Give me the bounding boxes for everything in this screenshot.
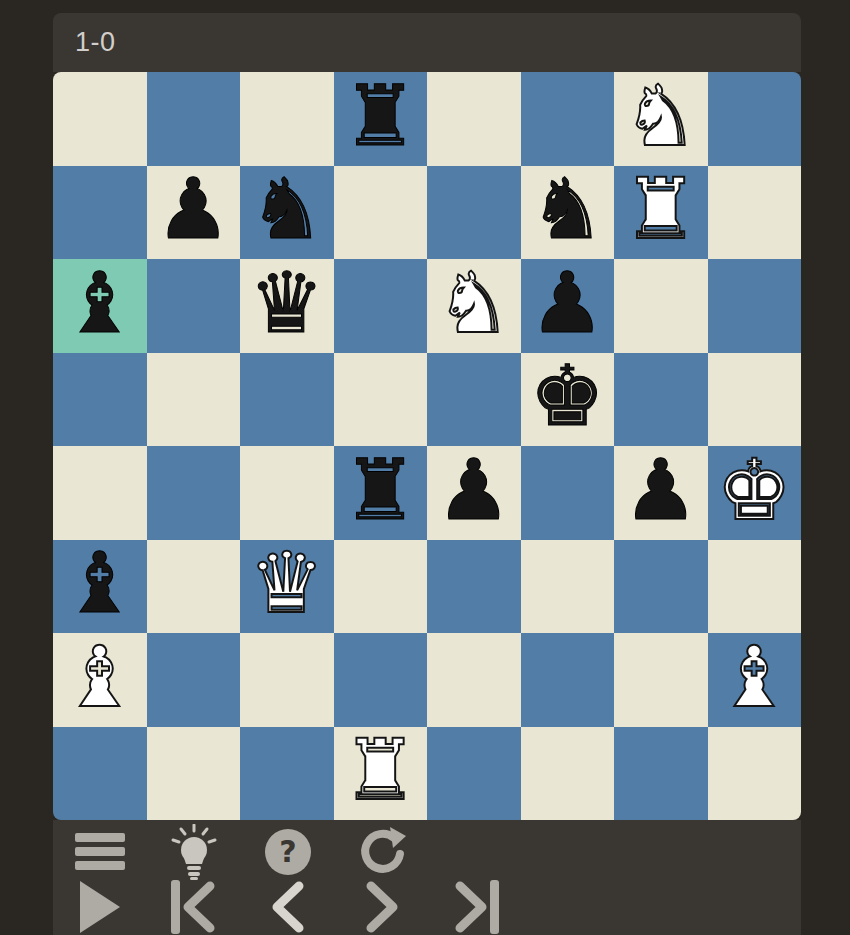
refresh-icon: [356, 826, 408, 878]
square-d5[interactable]: [334, 353, 428, 447]
black-king-f5[interactable]: ♚: [530, 354, 605, 438]
white-bishop-h2[interactable]: ♝: [717, 635, 792, 719]
black-knight-c7[interactable]: ♞: [249, 167, 324, 251]
square-b3[interactable]: [147, 540, 241, 634]
square-g6[interactable]: [614, 259, 708, 353]
help-button[interactable]: ?: [241, 824, 335, 879]
square-d4[interactable]: ♜: [334, 446, 428, 540]
toolbar-row-top: ?: [53, 824, 801, 879]
square-f6[interactable]: ♟: [521, 259, 615, 353]
play-icon: [79, 881, 121, 933]
black-rook-d8[interactable]: ♜: [343, 74, 418, 158]
last-move-button[interactable]: [429, 879, 523, 934]
square-b8[interactable]: [147, 72, 241, 166]
white-queen-c3[interactable]: ♛: [249, 541, 324, 625]
skip-to-end-icon: [453, 880, 499, 934]
black-rook-d4[interactable]: ♜: [343, 448, 418, 532]
square-e3[interactable]: [427, 540, 521, 634]
square-c2[interactable]: [240, 633, 334, 727]
square-b5[interactable]: [147, 353, 241, 447]
square-c4[interactable]: [240, 446, 334, 540]
square-f3[interactable]: [521, 540, 615, 634]
square-h4[interactable]: ♚: [708, 446, 802, 540]
black-pawn-g4[interactable]: ♟: [623, 448, 698, 532]
toolbar: ?: [53, 820, 801, 935]
square-f2[interactable]: [521, 633, 615, 727]
black-queen-c6[interactable]: ♛: [249, 261, 324, 345]
square-a6[interactable]: ♝: [53, 259, 147, 353]
square-d2[interactable]: [334, 633, 428, 727]
square-h7[interactable]: [708, 166, 802, 260]
square-c8[interactable]: [240, 72, 334, 166]
square-f5[interactable]: ♚: [521, 353, 615, 447]
skip-to-start-icon: [171, 880, 217, 934]
square-a7[interactable]: [53, 166, 147, 260]
black-bishop-a6[interactable]: ♝: [62, 261, 137, 345]
square-g8[interactable]: ♞: [614, 72, 708, 166]
game-result: 1-0: [75, 27, 116, 58]
black-pawn-b7[interactable]: ♟: [156, 167, 231, 251]
square-c7[interactable]: ♞: [240, 166, 334, 260]
square-b7[interactable]: ♟: [147, 166, 241, 260]
square-c5[interactable]: [240, 353, 334, 447]
square-h2[interactable]: ♝: [708, 633, 802, 727]
chevron-left-icon: [268, 880, 308, 934]
square-c1[interactable]: [240, 727, 334, 821]
square-h1[interactable]: [708, 727, 802, 821]
chess-app-panel: 1-0 ♜♞♟♞♞♜♝♛♞♟♚♜♟♟♚♝♛♝♝♜: [53, 13, 801, 935]
white-rook-d1[interactable]: ♜: [343, 728, 418, 812]
square-e5[interactable]: [427, 353, 521, 447]
square-h5[interactable]: [708, 353, 802, 447]
lightbulb-icon: [170, 824, 218, 880]
square-g2[interactable]: [614, 633, 708, 727]
square-g1[interactable]: [614, 727, 708, 821]
square-a8[interactable]: [53, 72, 147, 166]
square-b4[interactable]: [147, 446, 241, 540]
previous-move-button[interactable]: [241, 879, 335, 934]
square-e2[interactable]: [427, 633, 521, 727]
square-e6[interactable]: ♞: [427, 259, 521, 353]
square-h6[interactable]: [708, 259, 802, 353]
square-h3[interactable]: [708, 540, 802, 634]
square-f7[interactable]: ♞: [521, 166, 615, 260]
retry-button[interactable]: [335, 824, 429, 879]
white-knight-e6[interactable]: ♞: [436, 261, 511, 345]
square-a1[interactable]: [53, 727, 147, 821]
square-h8[interactable]: [708, 72, 802, 166]
square-d1[interactable]: ♜: [334, 727, 428, 821]
square-e4[interactable]: ♟: [427, 446, 521, 540]
square-g3[interactable]: [614, 540, 708, 634]
svg-text:?: ?: [279, 834, 296, 869]
black-pawn-f6[interactable]: ♟: [530, 261, 605, 345]
white-knight-g8[interactable]: ♞: [623, 74, 698, 158]
square-g5[interactable]: [614, 353, 708, 447]
square-d3[interactable]: [334, 540, 428, 634]
square-g7[interactable]: ♜: [614, 166, 708, 260]
white-king-h4[interactable]: ♚: [717, 448, 792, 532]
square-b1[interactable]: [147, 727, 241, 821]
hint-button[interactable]: [147, 824, 241, 879]
square-a4[interactable]: [53, 446, 147, 540]
square-c3[interactable]: ♛: [240, 540, 334, 634]
square-e8[interactable]: [427, 72, 521, 166]
square-b6[interactable]: [147, 259, 241, 353]
square-f8[interactable]: [521, 72, 615, 166]
square-f4[interactable]: [521, 446, 615, 540]
square-f1[interactable]: [521, 727, 615, 821]
square-d7[interactable]: [334, 166, 428, 260]
square-a2[interactable]: ♝: [53, 633, 147, 727]
menu-button[interactable]: [53, 824, 147, 879]
play-button[interactable]: [53, 879, 147, 934]
square-g4[interactable]: ♟: [614, 446, 708, 540]
first-move-button[interactable]: [147, 879, 241, 934]
toolbar-row-bottom: [53, 879, 801, 934]
square-b2[interactable]: [147, 633, 241, 727]
next-move-button[interactable]: [335, 879, 429, 934]
chess-board[interactable]: ♜♞♟♞♞♜♝♛♞♟♚♜♟♟♚♝♛♝♝♜: [53, 72, 801, 820]
square-e7[interactable]: [427, 166, 521, 260]
white-rook-g7[interactable]: ♜: [623, 167, 698, 251]
square-d6[interactable]: [334, 259, 428, 353]
hamburger-menu-icon: [75, 833, 125, 871]
square-c6[interactable]: ♛: [240, 259, 334, 353]
black-bishop-a3[interactable]: ♝: [62, 541, 137, 625]
question-mark-icon: ?: [264, 828, 312, 876]
square-a5[interactable]: [53, 353, 147, 447]
square-d8[interactable]: ♜: [334, 72, 428, 166]
black-pawn-e4[interactable]: ♟: [436, 448, 511, 532]
white-bishop-a2[interactable]: ♝: [62, 635, 137, 719]
black-knight-f7[interactable]: ♞: [530, 167, 605, 251]
square-a3[interactable]: ♝: [53, 540, 147, 634]
square-e1[interactable]: [427, 727, 521, 821]
chevron-right-icon: [362, 880, 402, 934]
header-bar: 1-0: [53, 13, 801, 72]
